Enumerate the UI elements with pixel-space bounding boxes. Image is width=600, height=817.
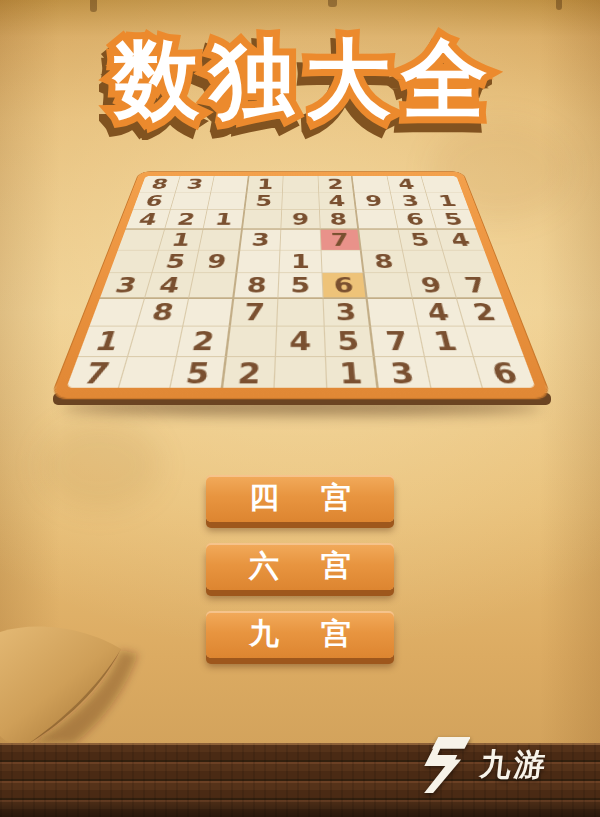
given-number-cell: 1	[326, 357, 380, 388]
paper-tear-mark	[556, 0, 562, 10]
empty-cell	[321, 250, 365, 273]
given-number-cell: 5	[245, 192, 283, 210]
empty-cell	[282, 192, 319, 210]
given-number-cell: 8	[320, 210, 360, 230]
given-number-cell: 4	[413, 299, 466, 327]
empty-cell	[403, 250, 450, 273]
given-number-cell: 8	[234, 273, 280, 299]
empty-cell	[189, 273, 237, 299]
empty-cell	[466, 327, 524, 358]
empty-cell	[283, 176, 319, 192]
given-number-cell: 2	[318, 176, 355, 192]
given-number-cell: 1	[427, 192, 469, 210]
page-curl	[0, 616, 160, 748]
mode-button-4x4-label: 四宫	[207, 478, 393, 519]
paper-stain	[40, 420, 160, 510]
empty-cell	[127, 327, 183, 358]
given-number-cell: 4	[437, 230, 484, 251]
sudoku-board-grid: 8312465493142198651375459183485697873421…	[66, 176, 535, 388]
paper-tear-mark	[90, 0, 97, 12]
given-number-cell: 3	[323, 299, 371, 327]
given-number-cell: 1	[247, 176, 284, 192]
empty-cell	[199, 230, 242, 251]
given-number-cell: 5	[170, 357, 226, 388]
nine-icon	[416, 735, 470, 795]
empty-cell	[277, 299, 324, 327]
given-number-cell: 9	[282, 210, 321, 230]
given-number-cell: 2	[177, 327, 230, 358]
given-number-cell: 9	[355, 192, 395, 210]
empty-cell	[422, 176, 463, 192]
empty-cell	[281, 230, 322, 251]
empty-cell	[353, 176, 391, 192]
empty-cell	[275, 357, 327, 388]
given-number-cell: 8	[136, 299, 189, 327]
given-number-cell: 3	[240, 230, 282, 251]
given-number-cell: 5	[279, 273, 324, 299]
given-number-cell: 4	[387, 176, 426, 192]
given-number-cell: 5	[432, 210, 477, 230]
given-number-cell: 6	[133, 192, 175, 210]
given-number-cell: 1	[158, 230, 203, 251]
mode-button-9x9[interactable]: 九宫	[206, 611, 394, 658]
given-number-cell: 4	[276, 327, 326, 358]
given-number-cell: 5	[152, 250, 199, 273]
empty-cell	[208, 192, 248, 210]
empty-cell	[243, 210, 283, 230]
empty-cell	[365, 273, 413, 299]
given-number-cell: 9	[194, 250, 239, 273]
empty-cell	[118, 230, 165, 251]
given-number-cell: 7	[230, 299, 278, 327]
given-number-cell: 6	[475, 357, 536, 388]
empty-cell	[444, 250, 493, 273]
given-number-cell: 1	[204, 210, 245, 230]
given-number-cell: 4	[144, 273, 194, 299]
empty-cell	[183, 299, 233, 327]
paper-tear-mark	[328, 0, 337, 7]
given-number-cell: 7	[372, 327, 425, 358]
empty-cell	[170, 192, 211, 210]
given-number-cell: 4	[319, 192, 357, 210]
given-number-cell: 2	[165, 210, 208, 230]
given-number-cell: 2	[458, 299, 513, 327]
highlighted-cell: 6	[322, 273, 368, 299]
given-number-cell: 3	[175, 176, 214, 192]
empty-cell	[227, 327, 278, 358]
given-number-cell: 5	[398, 230, 443, 251]
page-background: 数独大全 数独大全 数独大全 8312465493142198651375459…	[0, 0, 600, 817]
given-number-cell: 8	[139, 176, 180, 192]
empty-cell	[357, 210, 398, 230]
empty-cell	[118, 357, 177, 388]
given-number-cell: 3	[375, 357, 431, 388]
empty-cell	[368, 299, 418, 327]
mode-button-9x9-label: 九宫	[207, 614, 393, 655]
given-number-cell: 7	[66, 357, 127, 388]
given-number-cell: 3	[100, 273, 152, 299]
highlighted-cell: 7	[320, 230, 362, 251]
app-title-text: 数独大全	[0, 30, 600, 129]
given-number-cell: 6	[394, 210, 437, 230]
given-number-cell: 3	[391, 192, 432, 210]
mode-button-4x4[interactable]: 四宫	[206, 475, 394, 522]
empty-cell	[89, 299, 144, 327]
empty-cell	[237, 250, 281, 273]
given-number-cell: 7	[450, 273, 502, 299]
empty-cell	[211, 176, 249, 192]
given-number-cell: 5	[325, 327, 376, 358]
given-number-cell: 8	[362, 250, 407, 273]
mode-button-6x6[interactable]: 六宫	[206, 543, 394, 590]
empty-cell	[359, 230, 402, 251]
given-number-cell: 2	[223, 357, 277, 388]
brand-logo: 九游	[416, 735, 548, 795]
given-number-cell: 4	[126, 210, 171, 230]
given-number-cell: 9	[408, 273, 458, 299]
app-title: 数独大全 数独大全 数独大全	[0, 30, 600, 150]
mode-button-6x6-label: 六宫	[207, 546, 393, 587]
empty-cell	[109, 250, 158, 273]
brand-name: 九游	[478, 744, 550, 786]
given-number-cell: 1	[280, 250, 323, 273]
